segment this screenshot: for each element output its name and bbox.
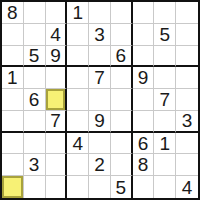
sudoku-cell-r7c8[interactable]: 1 (154, 133, 176, 155)
sudoku-cell-r7c3[interactable] (46, 133, 68, 155)
sudoku-cell-r2c1[interactable] (2, 24, 24, 46)
sudoku-cell-r1c6[interactable] (111, 2, 133, 24)
sudoku-cell-r2c6[interactable] (111, 24, 133, 46)
sudoku-cell-r6c6[interactable] (111, 111, 133, 133)
sudoku-cell-r5c4[interactable] (67, 89, 89, 111)
sudoku-cell-r3c7[interactable] (133, 46, 155, 68)
sudoku-cell-r6c3[interactable]: 7 (46, 111, 68, 133)
sudoku-cell-r2c9[interactable] (176, 24, 198, 46)
sudoku-cell-r4c6[interactable] (111, 67, 133, 89)
sudoku-cell-r9c2[interactable] (24, 176, 46, 198)
sudoku-cell-r3c2[interactable]: 5 (24, 46, 46, 68)
sudoku-cell-r3c4[interactable] (67, 46, 89, 68)
sudoku-cell-r8c6[interactable] (111, 154, 133, 176)
sudoku-cell-r5c2[interactable]: 6 (24, 89, 46, 111)
sudoku-cell-r2c3[interactable]: 4 (46, 24, 68, 46)
sudoku-cell-r6c1[interactable] (2, 111, 24, 133)
sudoku-cell-r1c3[interactable] (46, 2, 68, 24)
sudoku-cell-r7c2[interactable] (24, 133, 46, 155)
sudoku-cell-r6c2[interactable] (24, 111, 46, 133)
sudoku-cell-r7c6[interactable] (111, 133, 133, 155)
sudoku-cell-r3c6[interactable]: 6 (111, 46, 133, 68)
sudoku-cell-r6c4[interactable] (67, 111, 89, 133)
sudoku-cell-r3c1[interactable] (2, 46, 24, 68)
sudoku-cell-r4c7[interactable]: 9 (133, 67, 155, 89)
sudoku-cell-r1c1[interactable]: 8 (2, 2, 24, 24)
sudoku-cell-r5c7[interactable] (133, 89, 155, 111)
sudoku-cell-r9c4[interactable] (67, 176, 89, 198)
sudoku-cell-r9c5[interactable] (89, 176, 111, 198)
sudoku-cell-r4c4[interactable] (67, 67, 89, 89)
sudoku-cell-r5c9[interactable] (176, 89, 198, 111)
sudoku-cell-r6c9[interactable]: 3 (176, 111, 198, 133)
sudoku-cell-r8c5[interactable]: 2 (89, 154, 111, 176)
sudoku-cell-r7c7[interactable]: 6 (133, 133, 155, 155)
sudoku-cell-r8c1[interactable] (2, 154, 24, 176)
sudoku-cell-r9c9[interactable]: 4 (176, 176, 198, 198)
sudoku-cell-r9c7[interactable] (133, 176, 155, 198)
sudoku-cell-r7c9[interactable] (176, 133, 198, 155)
sudoku-cell-r3c8[interactable] (154, 46, 176, 68)
sudoku-cell-r9c8[interactable] (154, 176, 176, 198)
sudoku-cell-r5c6[interactable] (111, 89, 133, 111)
sudoku-cell-r7c5[interactable] (89, 133, 111, 155)
sudoku-cell-r5c8[interactable]: 7 (154, 89, 176, 111)
sudoku-cell-r8c8[interactable] (154, 154, 176, 176)
sudoku-cell-r7c1[interactable] (2, 133, 24, 155)
sudoku-cell-r3c9[interactable] (176, 46, 198, 68)
sudoku-cell-r1c9[interactable] (176, 2, 198, 24)
sudoku-cell-r6c8[interactable] (154, 111, 176, 133)
sudoku-cell-r1c7[interactable] (133, 2, 155, 24)
sudoku-cell-r7c4[interactable]: 4 (67, 133, 89, 155)
sudoku-cell-r8c9[interactable] (176, 154, 198, 176)
sudoku-board: 814355961796779346132854 (0, 0, 200, 200)
sudoku-cell-r4c5[interactable]: 7 (89, 67, 111, 89)
sudoku-cell-r8c4[interactable] (67, 154, 89, 176)
sudoku-cell-r8c3[interactable] (46, 154, 68, 176)
sudoku-cell-r9c1[interactable] (2, 176, 24, 198)
sudoku-cell-r4c3[interactable] (46, 67, 68, 89)
sudoku-cell-r2c5[interactable]: 3 (89, 24, 111, 46)
sudoku-cell-r1c5[interactable] (89, 2, 111, 24)
sudoku-cell-r2c4[interactable] (67, 24, 89, 46)
sudoku-cell-r4c9[interactable] (176, 67, 198, 89)
sudoku-cell-r1c8[interactable] (154, 2, 176, 24)
sudoku-cell-r5c3[interactable] (46, 89, 68, 111)
sudoku-cell-r6c7[interactable] (133, 111, 155, 133)
sudoku-cell-r8c2[interactable]: 3 (24, 154, 46, 176)
sudoku-cell-r3c5[interactable] (89, 46, 111, 68)
sudoku-cell-r4c2[interactable] (24, 67, 46, 89)
sudoku-cell-r3c3[interactable]: 9 (46, 46, 68, 68)
sudoku-cell-r1c2[interactable] (24, 2, 46, 24)
sudoku-cell-r2c8[interactable]: 5 (154, 24, 176, 46)
sudoku-cell-r1c4[interactable]: 1 (67, 2, 89, 24)
sudoku-cell-r6c5[interactable]: 9 (89, 111, 111, 133)
sudoku-cell-r4c8[interactable] (154, 67, 176, 89)
sudoku-cell-r9c6[interactable]: 5 (111, 176, 133, 198)
sudoku-cell-r5c5[interactable] (89, 89, 111, 111)
sudoku-cell-r4c1[interactable]: 1 (2, 67, 24, 89)
sudoku-cell-r2c7[interactable] (133, 24, 155, 46)
sudoku-cell-r9c3[interactable] (46, 176, 68, 198)
sudoku-cell-r8c7[interactable]: 8 (133, 154, 155, 176)
sudoku-cell-r5c1[interactable] (2, 89, 24, 111)
sudoku-cell-r2c2[interactable] (24, 24, 46, 46)
